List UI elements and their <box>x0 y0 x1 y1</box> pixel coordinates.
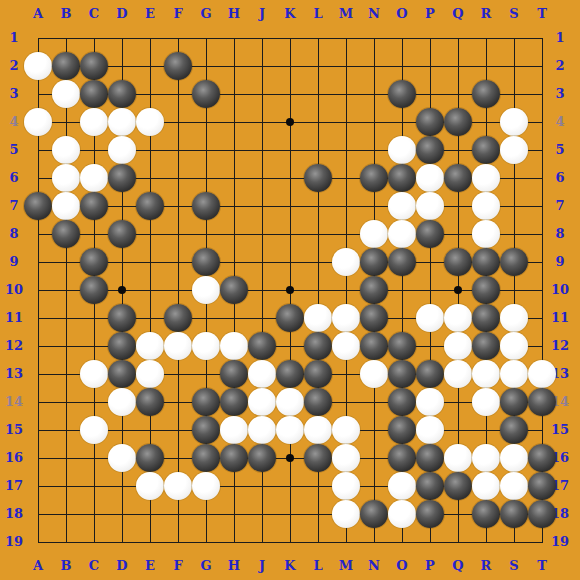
row-label-left-9: 9 <box>3 254 25 270</box>
stone-black-D6 <box>108 164 136 192</box>
col-label-bottom-B: B <box>55 558 77 574</box>
stone-white-E12 <box>136 332 164 360</box>
row-label-right-10: 10 <box>549 282 571 298</box>
col-label-bottom-Q: Q <box>447 558 469 574</box>
col-label-bottom-K: K <box>279 558 301 574</box>
row-label-left-6: 6 <box>3 170 25 186</box>
col-label-top-P: P <box>419 6 441 22</box>
stone-black-C10 <box>80 276 108 304</box>
row-label-right-9: 9 <box>549 254 571 270</box>
col-label-top-L: L <box>307 6 329 22</box>
stone-white-B7 <box>52 192 80 220</box>
col-label-bottom-G: G <box>195 558 217 574</box>
stone-black-P18 <box>416 500 444 528</box>
row-label-right-19: 19 <box>549 534 571 550</box>
stone-black-P16 <box>416 444 444 472</box>
stone-white-E4 <box>136 108 164 136</box>
row-label-left-14: 14 <box>3 394 25 410</box>
stone-white-S11 <box>500 304 528 332</box>
stone-white-M15 <box>332 416 360 444</box>
col-label-bottom-H: H <box>223 558 245 574</box>
col-label-bottom-M: M <box>335 558 357 574</box>
stone-white-R7 <box>472 192 500 220</box>
stone-black-C3 <box>80 80 108 108</box>
row-label-right-12: 12 <box>549 338 571 354</box>
stone-white-N13 <box>360 360 388 388</box>
col-label-bottom-P: P <box>419 558 441 574</box>
stone-black-O15 <box>388 416 416 444</box>
stone-white-P6 <box>416 164 444 192</box>
col-label-bottom-A: A <box>27 558 49 574</box>
stone-white-M12 <box>332 332 360 360</box>
row-label-right-6: 6 <box>549 170 571 186</box>
row-label-left-16: 16 <box>3 450 25 466</box>
stone-white-B6 <box>52 164 80 192</box>
hoshi-K16 <box>286 454 294 462</box>
stone-black-T17 <box>528 472 556 500</box>
stone-white-L15 <box>304 416 332 444</box>
stone-white-O8 <box>388 220 416 248</box>
col-label-top-D: D <box>111 6 133 22</box>
col-label-bottom-F: F <box>167 558 189 574</box>
stone-white-O7 <box>388 192 416 220</box>
stone-white-L11 <box>304 304 332 332</box>
stone-black-L14 <box>304 388 332 416</box>
col-label-top-E: E <box>139 6 161 22</box>
row-label-left-11: 11 <box>3 310 25 326</box>
col-label-top-Q: Q <box>447 6 469 22</box>
row-label-left-8: 8 <box>3 226 25 242</box>
row-label-right-11: 11 <box>549 310 571 326</box>
col-label-top-H: H <box>223 6 245 22</box>
stone-black-E14 <box>136 388 164 416</box>
row-label-left-17: 17 <box>3 478 25 494</box>
stone-white-D14 <box>108 388 136 416</box>
col-label-top-C: C <box>83 6 105 22</box>
stone-black-L6 <box>304 164 332 192</box>
stone-white-R14 <box>472 388 500 416</box>
stone-black-H10 <box>220 276 248 304</box>
stone-black-R9 <box>472 248 500 276</box>
stone-white-M17 <box>332 472 360 500</box>
stone-black-L16 <box>304 444 332 472</box>
col-label-bottom-C: C <box>83 558 105 574</box>
stone-black-R10 <box>472 276 500 304</box>
stone-black-H16 <box>220 444 248 472</box>
row-label-left-3: 3 <box>3 86 25 102</box>
row-label-right-15: 15 <box>549 422 571 438</box>
stone-white-Q12 <box>444 332 472 360</box>
stone-white-S12 <box>500 332 528 360</box>
go-board-screenshot: AABBCCDDEEFFGGHHJJKKLLMMNNOOPPQQRRSSTT11… <box>0 0 580 580</box>
stone-black-P8 <box>416 220 444 248</box>
stone-black-N12 <box>360 332 388 360</box>
stone-black-E7 <box>136 192 164 220</box>
col-label-bottom-E: E <box>139 558 161 574</box>
stone-black-N11 <box>360 304 388 332</box>
stone-white-C6 <box>80 164 108 192</box>
stone-black-P5 <box>416 136 444 164</box>
stone-white-B3 <box>52 80 80 108</box>
stone-black-P13 <box>416 360 444 388</box>
stone-black-G9 <box>192 248 220 276</box>
stone-black-O6 <box>388 164 416 192</box>
stone-white-O18 <box>388 500 416 528</box>
stone-white-Q16 <box>444 444 472 472</box>
row-label-right-1: 1 <box>549 30 571 46</box>
stone-white-P14 <box>416 388 444 416</box>
stone-black-G16 <box>192 444 220 472</box>
stone-black-C2 <box>80 52 108 80</box>
stone-white-G17 <box>192 472 220 500</box>
stone-black-O16 <box>388 444 416 472</box>
stone-black-K11 <box>276 304 304 332</box>
stone-white-J13 <box>248 360 276 388</box>
row-label-left-4: 4 <box>3 114 25 130</box>
stone-black-B2 <box>52 52 80 80</box>
stone-black-P17 <box>416 472 444 500</box>
col-label-bottom-S: S <box>503 558 525 574</box>
stone-black-D11 <box>108 304 136 332</box>
stone-white-B5 <box>52 136 80 164</box>
col-label-top-M: M <box>335 6 357 22</box>
stone-black-D13 <box>108 360 136 388</box>
stone-black-D8 <box>108 220 136 248</box>
stone-white-S17 <box>500 472 528 500</box>
row-label-left-13: 13 <box>3 366 25 382</box>
row-label-left-12: 12 <box>3 338 25 354</box>
stone-black-R5 <box>472 136 500 164</box>
col-label-bottom-J: J <box>251 558 273 574</box>
row-label-right-8: 8 <box>549 226 571 242</box>
col-label-bottom-T: T <box>531 558 553 574</box>
col-label-top-K: K <box>279 6 301 22</box>
stone-white-C4 <box>80 108 108 136</box>
stone-white-D4 <box>108 108 136 136</box>
stone-white-M18 <box>332 500 360 528</box>
stone-white-M16 <box>332 444 360 472</box>
col-label-bottom-L: L <box>307 558 329 574</box>
row-label-right-7: 7 <box>549 198 571 214</box>
col-label-bottom-R: R <box>475 558 497 574</box>
col-label-top-A: A <box>27 6 49 22</box>
stone-white-D5 <box>108 136 136 164</box>
col-label-bottom-D: D <box>111 558 133 574</box>
stone-black-N18 <box>360 500 388 528</box>
row-label-right-3: 3 <box>549 86 571 102</box>
stone-white-K15 <box>276 416 304 444</box>
stone-black-Q6 <box>444 164 472 192</box>
stone-black-S14 <box>500 388 528 416</box>
stone-white-G10 <box>192 276 220 304</box>
row-label-left-7: 7 <box>3 198 25 214</box>
stone-black-K13 <box>276 360 304 388</box>
stone-black-O9 <box>388 248 416 276</box>
stone-black-D12 <box>108 332 136 360</box>
stone-black-T14 <box>528 388 556 416</box>
stone-white-P15 <box>416 416 444 444</box>
col-label-top-N: N <box>363 6 385 22</box>
stone-white-N8 <box>360 220 388 248</box>
stone-white-A4 <box>24 108 52 136</box>
goban[interactable]: AABBCCDDEEFFGGHHJJKKLLMMNNOOPPQQRRSSTT11… <box>0 0 580 580</box>
stone-white-O17 <box>388 472 416 500</box>
stone-white-H15 <box>220 416 248 444</box>
stone-black-B8 <box>52 220 80 248</box>
stone-black-R12 <box>472 332 500 360</box>
stone-white-S4 <box>500 108 528 136</box>
stone-black-C9 <box>80 248 108 276</box>
stone-black-G7 <box>192 192 220 220</box>
row-label-right-2: 2 <box>549 58 571 74</box>
stone-white-H12 <box>220 332 248 360</box>
stone-white-A2 <box>24 52 52 80</box>
stone-black-R11 <box>472 304 500 332</box>
stone-white-T13 <box>528 360 556 388</box>
stone-white-F17 <box>164 472 192 500</box>
stone-white-G12 <box>192 332 220 360</box>
stone-black-T18 <box>528 500 556 528</box>
row-label-right-4: 4 <box>549 114 571 130</box>
stone-black-Q4 <box>444 108 472 136</box>
row-label-left-1: 1 <box>3 30 25 46</box>
stone-black-L13 <box>304 360 332 388</box>
stone-black-A7 <box>24 192 52 220</box>
row-label-left-10: 10 <box>3 282 25 298</box>
row-label-left-2: 2 <box>3 58 25 74</box>
row-label-left-15: 15 <box>3 422 25 438</box>
stone-black-N10 <box>360 276 388 304</box>
stone-white-Q13 <box>444 360 472 388</box>
stone-black-J12 <box>248 332 276 360</box>
stone-black-E16 <box>136 444 164 472</box>
stone-white-R6 <box>472 164 500 192</box>
stone-black-H14 <box>220 388 248 416</box>
stone-white-Q11 <box>444 304 472 332</box>
col-label-top-O: O <box>391 6 413 22</box>
stone-black-D3 <box>108 80 136 108</box>
stone-black-C7 <box>80 192 108 220</box>
stone-black-Q9 <box>444 248 472 276</box>
stone-black-N9 <box>360 248 388 276</box>
stone-white-F12 <box>164 332 192 360</box>
stone-white-K14 <box>276 388 304 416</box>
stone-black-S18 <box>500 500 528 528</box>
stone-white-R17 <box>472 472 500 500</box>
stone-black-O14 <box>388 388 416 416</box>
col-label-top-S: S <box>503 6 525 22</box>
stone-black-O13 <box>388 360 416 388</box>
stone-black-S9 <box>500 248 528 276</box>
stone-black-T16 <box>528 444 556 472</box>
stone-black-F11 <box>164 304 192 332</box>
stone-white-M11 <box>332 304 360 332</box>
stone-white-E17 <box>136 472 164 500</box>
col-label-top-J: J <box>251 6 273 22</box>
col-label-top-G: G <box>195 6 217 22</box>
stone-white-E13 <box>136 360 164 388</box>
stone-black-H13 <box>220 360 248 388</box>
hoshi-K4 <box>286 118 294 126</box>
stone-black-O12 <box>388 332 416 360</box>
stone-white-R13 <box>472 360 500 388</box>
stone-black-S15 <box>500 416 528 444</box>
hoshi-D10 <box>118 286 126 294</box>
stone-white-M9 <box>332 248 360 276</box>
col-label-bottom-N: N <box>363 558 385 574</box>
stone-white-J15 <box>248 416 276 444</box>
stone-white-O5 <box>388 136 416 164</box>
stone-white-S5 <box>500 136 528 164</box>
stone-white-C15 <box>80 416 108 444</box>
row-label-right-5: 5 <box>549 142 571 158</box>
stone-white-R8 <box>472 220 500 248</box>
row-label-left-5: 5 <box>3 142 25 158</box>
col-label-bottom-O: O <box>391 558 413 574</box>
stone-white-S13 <box>500 360 528 388</box>
stone-black-O3 <box>388 80 416 108</box>
stone-white-P7 <box>416 192 444 220</box>
stone-black-G14 <box>192 388 220 416</box>
stone-white-J14 <box>248 388 276 416</box>
stone-white-P11 <box>416 304 444 332</box>
stone-white-C13 <box>80 360 108 388</box>
stone-white-D16 <box>108 444 136 472</box>
stone-black-F2 <box>164 52 192 80</box>
stone-white-S16 <box>500 444 528 472</box>
stone-black-N6 <box>360 164 388 192</box>
col-label-top-F: F <box>167 6 189 22</box>
hoshi-K10 <box>286 286 294 294</box>
stone-black-R3 <box>472 80 500 108</box>
stone-black-Q17 <box>444 472 472 500</box>
stone-black-G15 <box>192 416 220 444</box>
row-label-left-19: 19 <box>3 534 25 550</box>
row-label-left-18: 18 <box>3 506 25 522</box>
col-label-top-T: T <box>531 6 553 22</box>
stone-black-P4 <box>416 108 444 136</box>
stone-black-G3 <box>192 80 220 108</box>
hoshi-Q10 <box>454 286 462 294</box>
stone-black-J16 <box>248 444 276 472</box>
col-label-top-B: B <box>55 6 77 22</box>
stone-black-R18 <box>472 500 500 528</box>
stone-black-L12 <box>304 332 332 360</box>
col-label-top-R: R <box>475 6 497 22</box>
stone-white-R16 <box>472 444 500 472</box>
